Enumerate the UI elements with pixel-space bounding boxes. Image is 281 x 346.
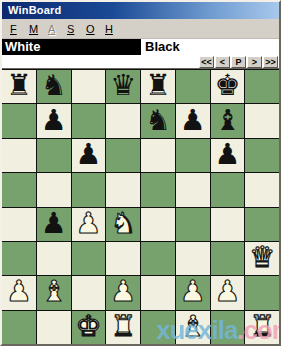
black-pawn: ♟: [180, 106, 206, 135]
menu-mode[interactable]: M: [29, 23, 48, 35]
square-e4[interactable]: [141, 208, 175, 241]
square-b6[interactable]: [37, 139, 71, 172]
nav-button-bar: << < P > >>: [2, 55, 279, 69]
square-d4[interactable]: ♞: [106, 208, 140, 241]
white-player-label: White: [2, 39, 141, 55]
square-d2[interactable]: ♟: [106, 276, 140, 309]
white-king: ♚: [75, 312, 101, 341]
square-b7[interactable]: ♟: [37, 104, 71, 137]
white-pawn: ♟: [6, 277, 32, 306]
black-knight: ♞: [145, 106, 171, 135]
square-d6[interactable]: [106, 139, 140, 172]
white-rook: ♜: [110, 312, 136, 341]
square-g5[interactable]: [211, 173, 245, 206]
black-pawn: ♟: [41, 106, 67, 135]
square-f1[interactable]: ♝: [176, 311, 210, 344]
forward-to-end-button[interactable]: >>: [263, 56, 278, 68]
square-f5[interactable]: [176, 173, 210, 206]
square-d3[interactable]: [106, 242, 140, 275]
rewind-to-start-button[interactable]: <<: [199, 56, 214, 68]
title-bar[interactable]: WinBoard: [2, 2, 279, 19]
square-a5[interactable]: [2, 173, 36, 206]
square-c1[interactable]: ♚: [72, 311, 106, 344]
black-king: ♚: [214, 71, 240, 100]
square-d5[interactable]: [106, 173, 140, 206]
square-h3[interactable]: ♛: [245, 242, 279, 275]
chess-board: ♜♞♛♜♚♟♞♟♝♟♟♟♟♞♛♟♝♟♟♟♚♜♝♜: [2, 69, 279, 344]
black-bishop: ♝: [214, 106, 240, 135]
white-pawn: ♟: [180, 277, 206, 306]
square-f8[interactable]: [176, 70, 210, 103]
menu-bar: F M A S O H: [2, 19, 279, 39]
square-h6[interactable]: [245, 139, 279, 172]
white-queen: ♛: [249, 243, 275, 272]
square-d1[interactable]: ♜: [106, 311, 140, 344]
square-h5[interactable]: [245, 173, 279, 206]
white-pawn: ♟: [110, 277, 136, 306]
square-d8[interactable]: ♛: [106, 70, 140, 103]
square-c5[interactable]: [72, 173, 106, 206]
square-g7[interactable]: ♝: [211, 104, 245, 137]
square-c7[interactable]: [72, 104, 106, 137]
square-e2[interactable]: [141, 276, 175, 309]
window-title: WinBoard: [8, 4, 61, 16]
square-a2[interactable]: ♟: [2, 276, 36, 309]
menu-help[interactable]: H: [105, 23, 124, 35]
pause-button[interactable]: P: [231, 56, 246, 68]
black-rook: ♜: [145, 71, 171, 100]
square-e6[interactable]: [141, 139, 175, 172]
square-f6[interactable]: [176, 139, 210, 172]
square-b5[interactable]: [37, 173, 71, 206]
square-g4[interactable]: [211, 208, 245, 241]
white-pawn: ♟: [75, 209, 101, 238]
menu-file[interactable]: F: [10, 23, 29, 35]
black-player-label: Black: [141, 39, 279, 55]
square-h2[interactable]: [245, 276, 279, 309]
square-a8[interactable]: ♜: [2, 70, 36, 103]
square-c6[interactable]: ♟: [72, 139, 106, 172]
square-b2[interactable]: ♝: [37, 276, 71, 309]
player-bar: White Black: [2, 39, 279, 55]
winboard-window: WinBoard F M A S O H White Black << < P …: [0, 0, 281, 346]
square-h7[interactable]: [245, 104, 279, 137]
square-e1[interactable]: [141, 311, 175, 344]
square-c3[interactable]: [72, 242, 106, 275]
menu-step[interactable]: S: [67, 23, 86, 35]
square-f3[interactable]: [176, 242, 210, 275]
square-b3[interactable]: [37, 242, 71, 275]
square-g8[interactable]: ♚: [211, 70, 245, 103]
back-button[interactable]: <: [215, 56, 230, 68]
black-pawn: ♟: [214, 140, 240, 169]
square-f4[interactable]: [176, 208, 210, 241]
square-f2[interactable]: ♟: [176, 276, 210, 309]
black-knight: ♞: [41, 71, 67, 100]
white-rook: ♜: [249, 312, 275, 341]
white-knight: ♞: [110, 209, 136, 238]
square-f7[interactable]: ♟: [176, 104, 210, 137]
square-h8[interactable]: [245, 70, 279, 103]
square-d7[interactable]: [106, 104, 140, 137]
white-pawn: ♟: [214, 277, 240, 306]
square-h1[interactable]: ♜: [245, 311, 279, 344]
square-b4[interactable]: ♟: [37, 208, 71, 241]
square-a6[interactable]: [2, 139, 36, 172]
square-b8[interactable]: ♞: [37, 70, 71, 103]
square-e5[interactable]: [141, 173, 175, 206]
menu-action[interactable]: A: [48, 23, 67, 35]
square-a4[interactable]: [2, 208, 36, 241]
white-bishop: ♝: [180, 312, 206, 341]
white-bishop: ♝: [41, 277, 67, 306]
black-queen: ♛: [110, 71, 136, 100]
square-a1[interactable]: [2, 311, 36, 344]
square-e3[interactable]: [141, 242, 175, 275]
black-pawn: ♟: [41, 209, 67, 238]
square-a7[interactable]: [2, 104, 36, 137]
square-e7[interactable]: ♞: [141, 104, 175, 137]
black-pawn: ♟: [75, 140, 101, 169]
square-g1[interactable]: [211, 311, 245, 344]
square-c8[interactable]: [72, 70, 106, 103]
square-c4[interactable]: ♟: [72, 208, 106, 241]
menu-options[interactable]: O: [86, 23, 105, 35]
square-a3[interactable]: [2, 242, 36, 275]
square-g2[interactable]: ♟: [211, 276, 245, 309]
square-g3[interactable]: [211, 242, 245, 275]
square-e8[interactable]: ♜: [141, 70, 175, 103]
square-b1[interactable]: [37, 311, 71, 344]
forward-button[interactable]: >: [247, 56, 262, 68]
black-rook: ♜: [6, 71, 32, 100]
square-c2[interactable]: [72, 276, 106, 309]
square-h4[interactable]: [245, 208, 279, 241]
square-g6[interactable]: ♟: [211, 139, 245, 172]
